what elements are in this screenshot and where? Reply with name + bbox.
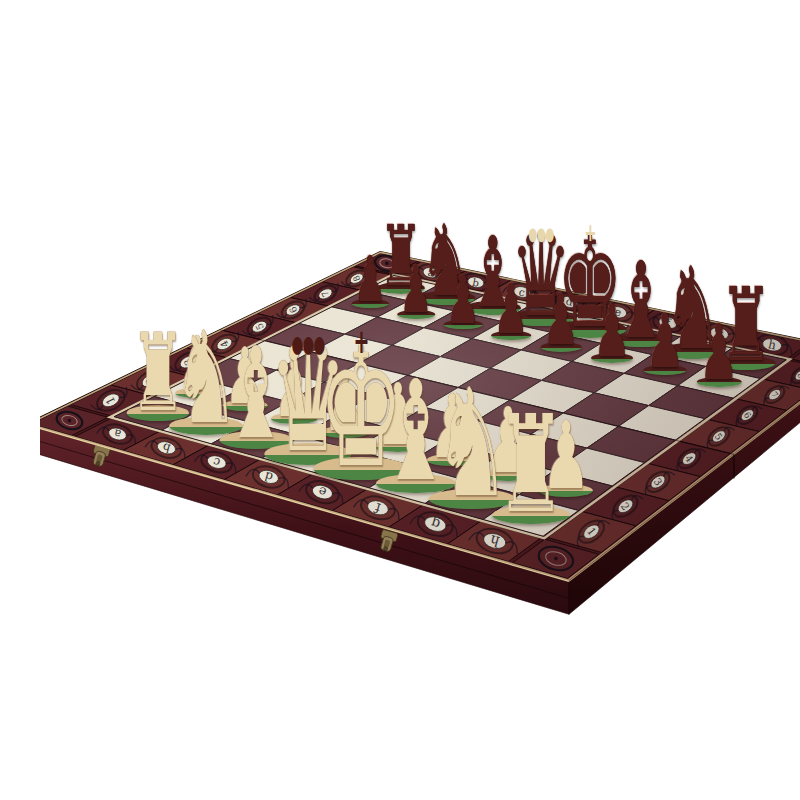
wooden-chess-set-photo: aa88bb77cc66dd55ee44ff33gg22hh11 ♜♞♝♛●●●…	[40, 16, 800, 800]
surface-shade	[40, 252, 800, 582]
chess-board: aa88bb77cc66dd55ee44ff33gg22hh11	[40, 16, 800, 800]
